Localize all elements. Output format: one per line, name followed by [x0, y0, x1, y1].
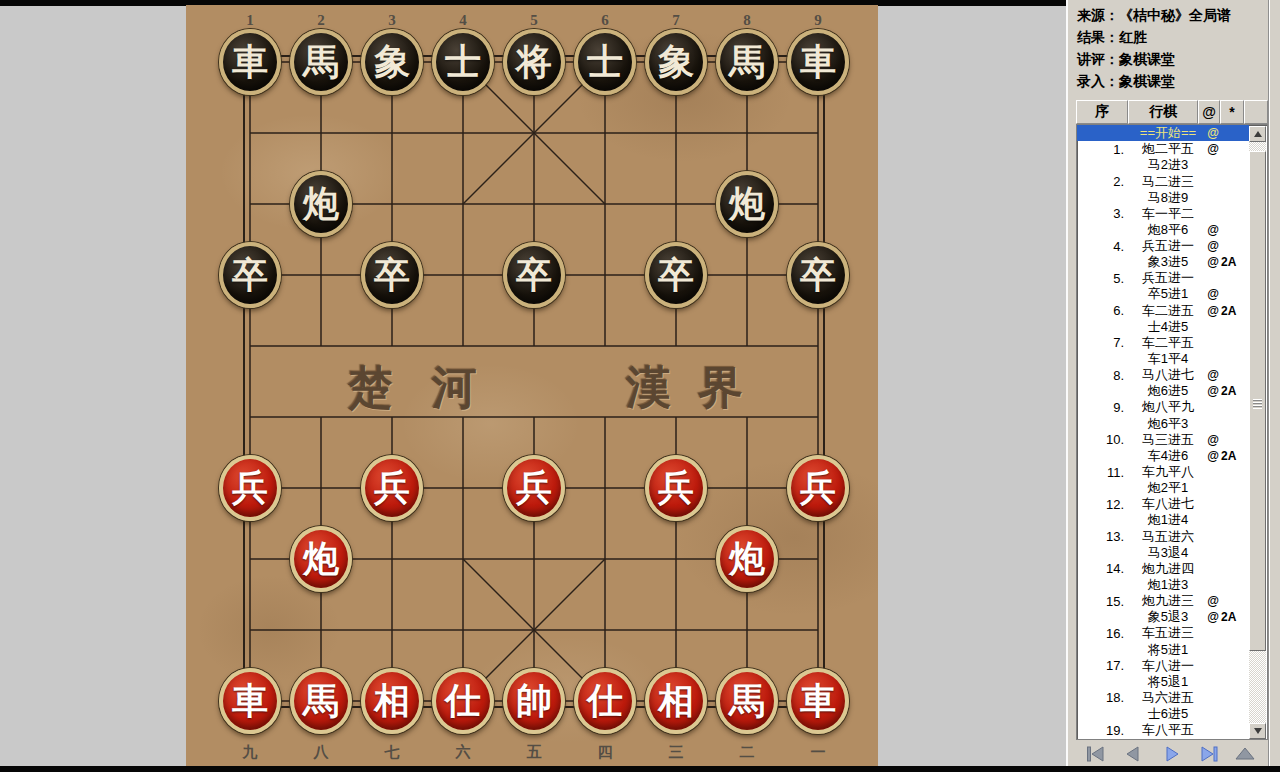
game-metadata: 来源：《桔中秘》全局谱结果：红胜讲评：象棋课堂录入：象棋课堂 [1077, 4, 1267, 92]
move-row[interactable]: 卒5进1@ [1077, 286, 1249, 302]
move-row[interactable]: 将5退1 [1077, 674, 1249, 690]
piece-glyph: 兵 [800, 464, 836, 513]
move-row[interactable]: 马8进9 [1077, 190, 1249, 206]
file-label-top: 7 [672, 12, 680, 29]
xiangqi-board[interactable]: 123456789 九八七六五四三二一 楚河 漢界 車馬象士将士象馬車炮炮卒卒卒… [186, 5, 878, 766]
piece-red-炮[interactable]: 炮 [290, 526, 352, 592]
move-cell: @ [1205, 368, 1221, 382]
move-cell: 2. [1077, 174, 1131, 189]
nav-prev-button[interactable] [1123, 746, 1145, 763]
piece-glyph: 仕 [445, 677, 481, 726]
metadata-line: 讲评：象棋课堂 [1077, 48, 1267, 70]
move-row[interactable]: 13.马五进六 [1077, 529, 1249, 545]
move-cell: 14. [1077, 561, 1131, 576]
move-cell: 2A [1221, 384, 1249, 398]
piece-red-兵[interactable]: 兵 [503, 455, 565, 521]
piece-glyph: 車 [800, 38, 836, 87]
app-window: 123456789 九八七六五四三二一 楚河 漢界 車馬象士将士象馬車炮炮卒卒卒… [0, 0, 1280, 772]
board-grid [186, 5, 878, 766]
piece-glyph: 相 [374, 677, 410, 726]
move-row[interactable]: 炮8平6@ [1077, 222, 1249, 238]
file-label-top: 9 [814, 12, 822, 29]
file-label-top: 8 [743, 12, 751, 29]
piece-glyph: 相 [658, 677, 694, 726]
file-label-bottom: 二 [740, 743, 755, 762]
piece-glyph: 仕 [587, 677, 623, 726]
move-list[interactable]: ==开始==@1.炮二平五@马2进32.马二进三马8进93.车一平二炮8平6@4… [1076, 124, 1268, 740]
piece-glyph: 車 [800, 677, 836, 726]
move-row-selected[interactable]: ==开始==@ [1077, 125, 1249, 141]
move-row[interactable]: 14.炮九进四 [1077, 561, 1249, 577]
move-row[interactable]: 炮2平1 [1077, 480, 1249, 496]
piece-black-車[interactable]: 車 [787, 29, 849, 95]
piece-red-相[interactable]: 相 [645, 668, 707, 734]
piece-black-士[interactable]: 士 [432, 29, 494, 95]
piece-glyph: 炮 [303, 535, 339, 584]
piece-black-士[interactable]: 士 [574, 29, 636, 95]
move-cell: 2A [1221, 449, 1249, 463]
move-cell: @ [1205, 126, 1221, 140]
scrollbar[interactable] [1249, 126, 1266, 739]
piece-glyph: 兵 [374, 464, 410, 513]
move-cell: 6. [1077, 303, 1131, 318]
move-row[interactable]: 12.车八进七 [1077, 496, 1249, 512]
piece-glyph: 帥 [516, 677, 552, 726]
column-header-@: @ [1198, 100, 1220, 124]
piece-glyph: 馬 [729, 38, 765, 87]
move-row[interactable]: 士4进5 [1077, 319, 1249, 335]
piece-black-卒[interactable]: 卒 [361, 242, 423, 308]
last-icon [1197, 746, 1219, 762]
move-row[interactable]: 18.马六进五 [1077, 690, 1249, 706]
file-label-bottom: 三 [669, 743, 684, 762]
piece-glyph: 車 [232, 677, 268, 726]
piece-red-相[interactable]: 相 [361, 668, 423, 734]
move-row[interactable]: 炮1进4 [1077, 512, 1249, 528]
piece-black-卒[interactable]: 卒 [219, 242, 281, 308]
piece-glyph: 炮 [303, 180, 339, 229]
piece-glyph: 炮 [729, 180, 765, 229]
piece-glyph: 馬 [303, 38, 339, 87]
move-row[interactable]: 炮6进5@2A [1077, 383, 1249, 399]
file-label-bottom: 五 [527, 743, 542, 762]
file-label-top: 5 [530, 12, 538, 29]
piece-glyph: 象 [658, 38, 694, 87]
piece-glyph: 炮 [729, 535, 765, 584]
file-label-top: 2 [317, 12, 325, 29]
move-row[interactable]: 9.炮八平九 [1077, 399, 1249, 415]
piece-red-仕[interactable]: 仕 [574, 668, 636, 734]
move-cell: 1. [1077, 142, 1131, 157]
nav-first-button[interactable] [1086, 746, 1108, 763]
move-cell: 15. [1077, 594, 1131, 609]
piece-black-馬[interactable]: 馬 [290, 29, 352, 95]
move-row[interactable]: 11.车九平八 [1077, 464, 1249, 480]
triangle-down-icon [1254, 728, 1262, 734]
move-cell: @ [1205, 384, 1221, 398]
file-label-bottom: 九 [243, 743, 258, 762]
move-cell: 4. [1077, 239, 1131, 254]
move-row[interactable]: 6.车二进五@2A [1077, 303, 1249, 319]
piece-red-兵[interactable]: 兵 [219, 455, 281, 521]
piece-red-仕[interactable]: 仕 [432, 668, 494, 734]
triangle-up-icon [1254, 131, 1262, 137]
move-row[interactable]: 7.车二平五 [1077, 335, 1249, 351]
move-row[interactable]: 车4进6@2A [1077, 448, 1249, 464]
move-row[interactable]: 炮6平3 [1077, 416, 1249, 432]
move-cell: 19. [1077, 723, 1131, 738]
piece-black-象[interactable]: 象 [645, 29, 707, 95]
piece-glyph: 兵 [658, 464, 694, 513]
piece-black-車[interactable]: 車 [219, 29, 281, 95]
piece-black-卒[interactable]: 卒 [503, 242, 565, 308]
move-cell: @ [1205, 433, 1221, 447]
move-row[interactable]: 象3进5@2A [1077, 254, 1249, 270]
nav-up-button[interactable] [1234, 746, 1256, 763]
move-row[interactable]: 炮1进3 [1077, 577, 1249, 593]
move-cell: @ [1205, 594, 1221, 608]
scrollbar-grip-icon [1253, 399, 1262, 409]
file-label-bottom: 七 [385, 743, 400, 762]
piece-red-車[interactable]: 車 [787, 668, 849, 734]
piece-glyph: 馬 [303, 677, 339, 726]
piece-red-馬[interactable]: 馬 [716, 668, 778, 734]
river-text-right: 漢界 [626, 358, 770, 418]
move-row[interactable]: 象5退3@2A [1077, 609, 1249, 625]
move-cell: 12. [1077, 497, 1131, 512]
file-label-bottom: 四 [598, 743, 613, 762]
move-cell: 2A [1221, 610, 1249, 624]
next-icon [1160, 746, 1182, 762]
panel-right-edge [1268, 0, 1280, 772]
column-header-blank [1244, 100, 1268, 124]
game-info-panel: 来源：《桔中秘》全局谱结果：红胜讲评：象棋课堂录入：象棋课堂 序行棋@* ==开… [1066, 0, 1280, 772]
move-cell: 17. [1077, 658, 1131, 673]
move-cell: @ [1205, 142, 1221, 156]
river-text-left: 楚河 [348, 358, 516, 418]
move-row[interactable]: 2.马二进三 [1077, 173, 1249, 189]
first-icon [1086, 746, 1108, 762]
move-rows: ==开始==@1.炮二平五@马2进32.马二进三马8进93.车一平二炮8平6@4… [1077, 125, 1267, 738]
piece-black-炮[interactable]: 炮 [290, 171, 352, 237]
move-row[interactable]: 马2进3 [1077, 157, 1249, 173]
file-label-bottom: 一 [811, 743, 826, 762]
piece-red-馬[interactable]: 馬 [290, 668, 352, 734]
piece-black-馬[interactable]: 馬 [716, 29, 778, 95]
scrollbar-thumb[interactable] [1249, 151, 1266, 651]
piece-glyph: 卒 [232, 251, 268, 300]
piece-black-象[interactable]: 象 [361, 29, 423, 95]
move-cell: @ [1205, 287, 1221, 301]
nav-next-button[interactable] [1160, 746, 1182, 763]
move-cell: 2A [1221, 255, 1249, 269]
move-cell: 13. [1077, 529, 1131, 544]
file-label-top: 4 [459, 12, 467, 29]
metadata-line: 录入：象棋课堂 [1077, 70, 1267, 92]
move-row[interactable]: 8.马八进七@ [1077, 367, 1249, 383]
move-cell: 8. [1077, 368, 1131, 383]
piece-glyph: 将 [516, 38, 552, 87]
file-label-top: 6 [601, 12, 609, 29]
piece-black-卒[interactable]: 卒 [645, 242, 707, 308]
file-label-bottom: 八 [314, 743, 329, 762]
playback-controls [1068, 744, 1271, 766]
nav-last-button[interactable] [1197, 746, 1219, 763]
move-cell: 3. [1077, 206, 1131, 221]
move-row[interactable]: 士6进5 [1077, 706, 1249, 722]
piece-red-兵[interactable]: 兵 [787, 455, 849, 521]
move-row[interactable]: 15.炮九进三@ [1077, 593, 1249, 609]
piece-red-炮[interactable]: 炮 [716, 526, 778, 592]
piece-glyph: 兵 [516, 464, 552, 513]
piece-glyph: 卒 [516, 251, 552, 300]
move-cell: 7. [1077, 335, 1131, 350]
move-row[interactable]: 4.兵五进一@ [1077, 238, 1249, 254]
move-row[interactable]: 将5进1 [1077, 642, 1249, 658]
piece-red-兵[interactable]: 兵 [361, 455, 423, 521]
piece-black-卒[interactable]: 卒 [787, 242, 849, 308]
move-row[interactable]: 1.炮二平五@ [1077, 141, 1249, 157]
move-row[interactable]: 马3退4 [1077, 545, 1249, 561]
move-cell: @ [1205, 255, 1221, 269]
metadata-line: 结果：红胜 [1077, 26, 1267, 48]
piece-glyph: 卒 [658, 251, 694, 300]
piece-glyph: 卒 [800, 251, 836, 300]
piece-black-将[interactable]: 将 [503, 29, 565, 95]
scroll-up-button[interactable] [1249, 126, 1266, 142]
piece-red-車[interactable]: 車 [219, 668, 281, 734]
move-row[interactable]: 车1平4 [1077, 351, 1249, 367]
piece-black-炮[interactable]: 炮 [716, 171, 778, 237]
piece-glyph: 兵 [232, 464, 268, 513]
piece-glyph: 車 [232, 38, 268, 87]
piece-glyph: 士 [445, 38, 481, 87]
move-cell: @ [1205, 610, 1221, 624]
scroll-down-button[interactable] [1249, 723, 1266, 739]
move-cell: 车八平五 [1131, 721, 1205, 739]
move-row[interactable]: 16.车五进三 [1077, 625, 1249, 641]
move-cell: @ [1205, 449, 1221, 463]
move-row[interactable]: 19.车八平五 [1077, 722, 1249, 738]
move-cell: 11. [1077, 465, 1131, 480]
move-cell: 5. [1077, 271, 1131, 286]
column-header-行棋: 行棋 [1128, 100, 1198, 124]
column-header-序: 序 [1076, 100, 1128, 124]
move-cell: 10. [1077, 432, 1131, 447]
file-label-bottom: 六 [456, 743, 471, 762]
file-label-top: 1 [246, 12, 254, 29]
metadata-line: 来源：《桔中秘》全局谱 [1077, 4, 1267, 26]
piece-red-兵[interactable]: 兵 [645, 455, 707, 521]
move-cell: @ [1205, 239, 1221, 253]
move-row[interactable]: 5.兵五进一 [1077, 270, 1249, 286]
move-table-header: 序行棋@* [1076, 100, 1268, 124]
piece-glyph: 卒 [374, 251, 410, 300]
move-row[interactable]: 10.马三进五@ [1077, 432, 1249, 448]
move-row[interactable]: 17.车八进一 [1077, 658, 1249, 674]
piece-glyph: 馬 [729, 677, 765, 726]
bottom-black-strip [0, 766, 1280, 772]
piece-red-帥[interactable]: 帥 [503, 668, 565, 734]
piece-glyph: 象 [374, 38, 410, 87]
column-header-*: * [1220, 100, 1244, 124]
prev-icon [1123, 746, 1145, 762]
file-label-top: 3 [388, 12, 396, 29]
move-cell: @ [1205, 304, 1221, 318]
move-cell: 2A [1221, 304, 1249, 318]
move-row[interactable]: 3.车一平二 [1077, 206, 1249, 222]
move-cell: 18. [1077, 690, 1131, 705]
move-cell: 9. [1077, 400, 1131, 415]
up-icon [1234, 746, 1256, 762]
piece-glyph: 士 [587, 38, 623, 87]
move-cell: 16. [1077, 626, 1131, 641]
move-cell: @ [1205, 223, 1221, 237]
